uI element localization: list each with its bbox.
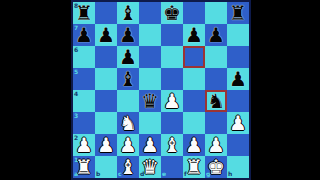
black-pawn-piece: ♟ [73, 24, 95, 46]
square-g4[interactable]: ♞ [205, 90, 227, 112]
square-h3[interactable]: ♟ [227, 112, 249, 134]
rank-label-2: 2 [74, 135, 78, 141]
white-knight-piece: ♞ [117, 112, 139, 134]
square-f2[interactable]: ♟ [183, 134, 205, 156]
rank-label-1: 1 [74, 157, 78, 163]
square-c3[interactable]: ♞ [117, 112, 139, 134]
square-b7[interactable]: ♟ [95, 24, 117, 46]
square-h4[interactable] [227, 90, 249, 112]
square-g6[interactable] [205, 46, 227, 68]
white-rook-piece: ♜ [183, 156, 205, 178]
square-b6[interactable] [95, 46, 117, 68]
square-d4[interactable]: ♛ [139, 90, 161, 112]
file-label-c: c [118, 171, 122, 177]
square-b3[interactable] [95, 112, 117, 134]
square-g7[interactable]: ♟ [205, 24, 227, 46]
square-d6[interactable] [139, 46, 161, 68]
square-e7[interactable] [161, 24, 183, 46]
square-e3[interactable] [161, 112, 183, 134]
square-a7[interactable]: 7♟ [73, 24, 95, 46]
file-label-f: f [184, 171, 187, 177]
square-d2[interactable]: ♟ [139, 134, 161, 156]
square-g1[interactable]: g♚ [205, 156, 227, 178]
black-bishop-piece: ♝ [117, 2, 139, 24]
square-b8[interactable] [95, 2, 117, 24]
square-c5[interactable]: ♝ [117, 68, 139, 90]
square-a4[interactable]: 4 [73, 90, 95, 112]
square-d8[interactable] [139, 2, 161, 24]
square-g8[interactable] [205, 2, 227, 24]
black-pawn-piece: ♟ [227, 68, 249, 90]
square-f7[interactable]: ♟ [183, 24, 205, 46]
black-queen-piece: ♛ [139, 90, 161, 112]
square-f5[interactable] [183, 68, 205, 90]
square-h6[interactable] [227, 46, 249, 68]
file-label-h: h [228, 171, 232, 177]
square-e8[interactable]: ♚ [161, 2, 183, 24]
black-pawn-piece: ♟ [117, 46, 139, 68]
square-a5[interactable]: 5 [73, 68, 95, 90]
chess-board[interactable]: 8♜♝♚♜7♟♟♟♟♟6♟5♝♟4♛♟♞3♞♟2♟♟♟♟♝♟♟1a♜bc♝d♛e… [73, 2, 249, 178]
black-king-piece: ♚ [161, 2, 183, 24]
file-label-d: d [140, 171, 144, 177]
black-rook-piece: ♜ [227, 2, 249, 24]
file-label-e: e [162, 171, 166, 177]
square-b5[interactable] [95, 68, 117, 90]
square-g5[interactable] [205, 68, 227, 90]
black-pawn-piece: ♟ [205, 24, 227, 46]
rank-label-5: 5 [74, 69, 78, 75]
square-h8[interactable]: ♜ [227, 2, 249, 24]
square-e1[interactable]: e [161, 156, 183, 178]
black-pawn-piece: ♟ [183, 24, 205, 46]
white-queen-piece: ♛ [139, 156, 161, 178]
square-c2[interactable]: ♟ [117, 134, 139, 156]
black-pawn-piece: ♟ [95, 24, 117, 46]
rank-label-3: 3 [74, 113, 78, 119]
square-e5[interactable] [161, 68, 183, 90]
square-g3[interactable] [205, 112, 227, 134]
white-pawn-piece: ♟ [183, 134, 205, 156]
square-c7[interactable]: ♟ [117, 24, 139, 46]
white-king-piece: ♚ [205, 156, 227, 178]
square-a2[interactable]: 2♟ [73, 134, 95, 156]
square-c4[interactable] [117, 90, 139, 112]
white-pawn-piece: ♟ [161, 90, 183, 112]
square-a1[interactable]: 1a♜ [73, 156, 95, 178]
video-frame: 8♜♝♚♜7♟♟♟♟♟6♟5♝♟4♛♟♞3♞♟2♟♟♟♟♝♟♟1a♜bc♝d♛e… [0, 0, 320, 180]
square-a3[interactable]: 3 [73, 112, 95, 134]
square-c8[interactable]: ♝ [117, 2, 139, 24]
square-a8[interactable]: 8♜ [73, 2, 95, 24]
square-g2[interactable]: ♟ [205, 134, 227, 156]
square-f1[interactable]: f♜ [183, 156, 205, 178]
rank-label-7: 7 [74, 25, 78, 31]
square-d5[interactable] [139, 68, 161, 90]
square-c6[interactable]: ♟ [117, 46, 139, 68]
square-e6[interactable] [161, 46, 183, 68]
square-h2[interactable] [227, 134, 249, 156]
square-d1[interactable]: d♛ [139, 156, 161, 178]
file-label-g: g [206, 171, 210, 177]
black-bishop-piece: ♝ [117, 68, 139, 90]
square-a6[interactable]: 6 [73, 46, 95, 68]
white-pawn-piece: ♟ [205, 134, 227, 156]
square-d7[interactable] [139, 24, 161, 46]
white-rook-piece: ♜ [73, 156, 95, 178]
square-d3[interactable] [139, 112, 161, 134]
square-e2[interactable]: ♝ [161, 134, 183, 156]
white-pawn-piece: ♟ [73, 134, 95, 156]
square-f8[interactable] [183, 2, 205, 24]
square-f3[interactable] [183, 112, 205, 134]
rank-label-6: 6 [74, 47, 78, 53]
white-bishop-piece: ♝ [161, 134, 183, 156]
square-b1[interactable]: b [95, 156, 117, 178]
file-label-a: a [74, 171, 78, 177]
black-knight-piece: ♞ [205, 90, 227, 112]
rank-label-4: 4 [74, 91, 78, 97]
white-pawn-piece: ♟ [227, 112, 249, 134]
square-f6[interactable] [183, 46, 205, 68]
square-h1[interactable]: h [227, 156, 249, 178]
square-c1[interactable]: c♝ [117, 156, 139, 178]
black-pawn-piece: ♟ [117, 24, 139, 46]
file-label-b: b [96, 171, 100, 177]
square-b4[interactable] [95, 90, 117, 112]
square-b2[interactable]: ♟ [95, 134, 117, 156]
chess-board-frame: 8♜♝♚♜7♟♟♟♟♟6♟5♝♟4♛♟♞3♞♟2♟♟♟♟♝♟♟1a♜bc♝d♛e… [71, 0, 251, 180]
white-bishop-piece: ♝ [117, 156, 139, 178]
black-rook-piece: ♜ [73, 2, 95, 24]
white-pawn-piece: ♟ [139, 134, 161, 156]
square-e4[interactable]: ♟ [161, 90, 183, 112]
square-h7[interactable] [227, 24, 249, 46]
square-h5[interactable]: ♟ [227, 68, 249, 90]
square-f4[interactable] [183, 90, 205, 112]
white-pawn-piece: ♟ [95, 134, 117, 156]
rank-label-8: 8 [74, 3, 78, 9]
white-pawn-piece: ♟ [117, 134, 139, 156]
